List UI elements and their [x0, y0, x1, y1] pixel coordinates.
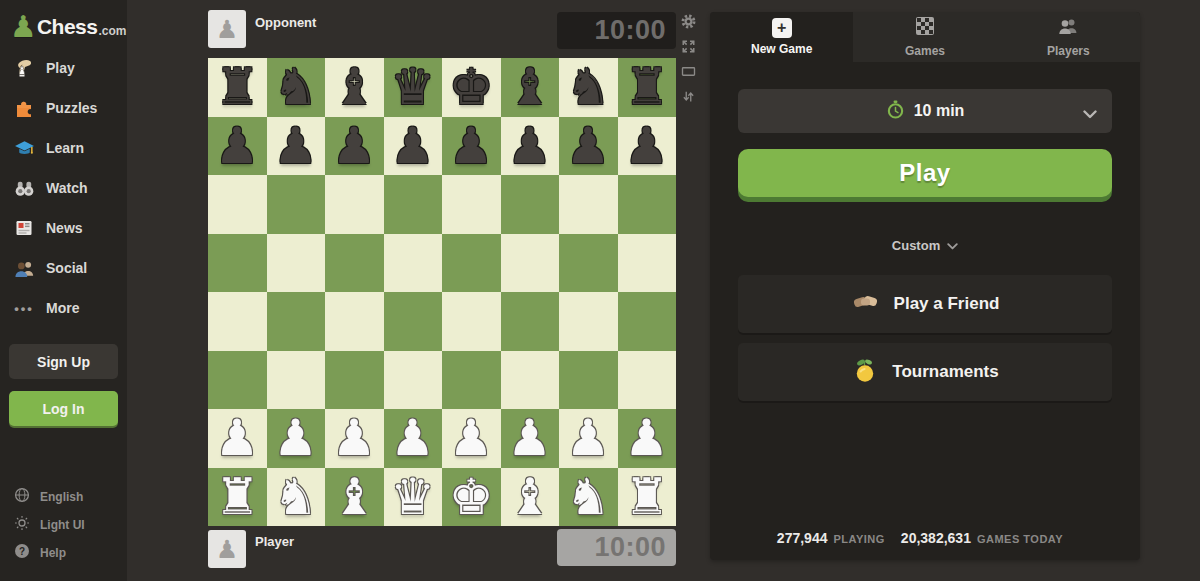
play-button[interactable]: Play: [738, 149, 1112, 197]
square-h5[interactable]: [618, 234, 677, 293]
square-b5[interactable]: [267, 234, 326, 293]
light-ui-label: Light UI: [40, 518, 85, 532]
white-bishop[interactable]: ♝: [507, 472, 552, 522]
play-a-friend-button[interactable]: Play a Friend: [738, 275, 1112, 333]
square-d8[interactable]: ♛: [384, 58, 443, 117]
tab-label: New Game: [751, 42, 812, 56]
square-g6[interactable]: [559, 175, 618, 234]
square-b3[interactable]: [267, 351, 326, 410]
square-e7[interactable]: ♟: [442, 117, 501, 176]
square-d3[interactable]: [384, 351, 443, 410]
white-bishop[interactable]: ♝: [332, 472, 377, 522]
black-rook[interactable]: ♜: [624, 62, 669, 112]
square-g1[interactable]: ♞: [559, 468, 618, 527]
sun-icon: [14, 515, 30, 535]
ellipsis-icon: •••: [13, 297, 35, 319]
question-icon: ?: [14, 543, 30, 563]
sign-up-button[interactable]: Sign Up: [9, 344, 118, 379]
square-a2[interactable]: ♟: [208, 409, 267, 468]
avatar-pawn-icon: ♟: [216, 15, 238, 44]
square-f8[interactable]: ♝: [501, 58, 560, 117]
white-rook[interactable]: ♜: [624, 472, 669, 522]
svg-text:?: ?: [19, 546, 25, 557]
square-c2[interactable]: ♟: [325, 409, 384, 468]
white-pawn[interactable]: ♟: [566, 413, 611, 463]
opponent-name: Opponent: [255, 15, 316, 30]
black-pawn[interactable]: ♟: [449, 121, 494, 171]
sidebar-item-label: Puzzles: [46, 100, 97, 116]
square-d4[interactable]: [384, 292, 443, 351]
white-pawn[interactable]: ♟: [332, 413, 377, 463]
square-h7[interactable]: ♟: [618, 117, 677, 176]
newspaper-icon: [13, 217, 35, 239]
square-a7[interactable]: ♟: [208, 117, 267, 176]
square-h3[interactable]: [618, 351, 677, 410]
play-button-label: Play: [899, 159, 950, 187]
trophy-icon: [851, 356, 879, 388]
black-bishop[interactable]: ♝: [332, 62, 377, 112]
sidebar-item-more[interactable]: ••• More: [0, 288, 127, 328]
white-queen[interactable]: ♛: [390, 472, 435, 522]
square-e3[interactable]: [442, 351, 501, 410]
square-e5[interactable]: [442, 234, 501, 293]
square-g3[interactable]: [559, 351, 618, 410]
tournaments-button[interactable]: Tournaments: [738, 343, 1112, 401]
white-knight[interactable]: ♞: [566, 472, 611, 522]
brand-logo[interactable]: ♟ Chess .com: [0, 10, 127, 48]
square-c6[interactable]: [325, 175, 384, 234]
square-g5[interactable]: [559, 234, 618, 293]
checkerboard-icon: [915, 16, 935, 40]
white-pawn[interactable]: ♟: [215, 413, 260, 463]
square-h8[interactable]: ♜: [618, 58, 677, 117]
avatar-pawn-icon: ♟: [216, 535, 238, 564]
playing-label: PLAYING: [833, 533, 884, 545]
time-control-value: 10 min: [914, 102, 965, 120]
sidebar-item-watch[interactable]: Watch: [0, 168, 127, 208]
square-h1[interactable]: ♜: [618, 468, 677, 527]
square-e2[interactable]: ♟: [442, 409, 501, 468]
panel-tabbar: + New Game Games: [710, 12, 1140, 62]
square-f4[interactable]: [501, 292, 560, 351]
people-icon: [13, 257, 35, 279]
tab-label: Games: [905, 44, 945, 58]
square-c3[interactable]: [325, 351, 384, 410]
square-c8[interactable]: ♝: [325, 58, 384, 117]
square-a1[interactable]: ♜: [208, 468, 267, 527]
square-g2[interactable]: ♟: [559, 409, 618, 468]
sidebar-item-label: News: [46, 220, 83, 236]
light-ui-toggle[interactable]: Light UI: [0, 511, 127, 539]
square-c7[interactable]: ♟: [325, 117, 384, 176]
language-label: English: [40, 490, 83, 504]
square-h2[interactable]: ♟: [618, 409, 677, 468]
sidebar-item-social[interactable]: Social: [0, 248, 127, 288]
board-tools: [680, 13, 697, 105]
sidebar-item-news[interactable]: News: [0, 208, 127, 248]
black-knight[interactable]: ♞: [566, 62, 611, 112]
square-d2[interactable]: ♟: [384, 409, 443, 468]
stopwatch-icon: [886, 100, 905, 123]
sidebar-item-puzzles[interactable]: Puzzles: [0, 88, 127, 128]
square-d7[interactable]: ♟: [384, 117, 443, 176]
square-b7[interactable]: ♟: [267, 117, 326, 176]
square-b4[interactable]: [267, 292, 326, 351]
hand-piece-icon: [13, 57, 35, 79]
black-pawn[interactable]: ♟: [215, 121, 260, 171]
sidebar-item-label: Social: [46, 260, 87, 276]
handshake-icon: [851, 287, 881, 321]
flip-board-icon[interactable]: [680, 88, 697, 105]
black-pawn[interactable]: ♟: [507, 121, 552, 171]
square-a3[interactable]: [208, 351, 267, 410]
square-f3[interactable]: [501, 351, 560, 410]
white-pawn[interactable]: ♟: [273, 413, 318, 463]
games-today-count: 20,382,631: [901, 530, 971, 546]
square-f2[interactable]: ♟: [501, 409, 560, 468]
black-pawn[interactable]: ♟: [566, 121, 611, 171]
square-c4[interactable]: [325, 292, 384, 351]
sidebar-item-label: Learn: [46, 140, 84, 156]
square-b1[interactable]: ♞: [267, 468, 326, 527]
black-pawn[interactable]: ♟: [624, 121, 669, 171]
square-f6[interactable]: [501, 175, 560, 234]
square-a8[interactable]: ♜: [208, 58, 267, 117]
white-pawn[interactable]: ♟: [449, 413, 494, 463]
sidebar-spacer: [0, 426, 127, 483]
sidebar-item-learn[interactable]: Learn: [0, 128, 127, 168]
player-clock: 10:00: [557, 529, 676, 566]
brand-suffix: .com: [98, 24, 126, 38]
square-g7[interactable]: ♟: [559, 117, 618, 176]
play-a-friend-label: Play a Friend: [894, 294, 1000, 314]
square-e8[interactable]: ♚: [442, 58, 501, 117]
log-in-button[interactable]: Log In: [9, 391, 118, 426]
player-name: Player: [255, 534, 294, 549]
sidebar-item-label: Play: [46, 60, 75, 76]
square-f5[interactable]: [501, 234, 560, 293]
custom-label: Custom: [892, 238, 940, 253]
players-icon: [1058, 16, 1078, 40]
square-h4[interactable]: [618, 292, 677, 351]
square-a5[interactable]: [208, 234, 267, 293]
opponent-clock: 10:00: [557, 12, 676, 49]
fullscreen-expand-icon[interactable]: [680, 38, 697, 55]
square-d6[interactable]: [384, 175, 443, 234]
pawn-logo-icon: ♟: [10, 12, 37, 42]
theatre-mode-icon[interactable]: [680, 63, 697, 80]
black-pawn[interactable]: ♟: [390, 121, 435, 171]
white-knight[interactable]: ♞: [273, 472, 318, 522]
square-e4[interactable]: [442, 292, 501, 351]
sidebar: ♟ Chess .com Play Puzzle: [0, 0, 127, 581]
tab-new-game[interactable]: + New Game: [710, 12, 853, 62]
square-g8[interactable]: ♞: [559, 58, 618, 117]
chess-app: ♟ Chess .com Play Puzzle: [0, 0, 1200, 581]
square-e6[interactable]: [442, 175, 501, 234]
chevron-down-icon: [1083, 105, 1097, 123]
playing-count: 277,944: [777, 530, 828, 546]
globe-icon: [14, 487, 30, 507]
square-b8[interactable]: ♞: [267, 58, 326, 117]
tab-games[interactable]: Games: [853, 12, 996, 62]
black-rook[interactable]: ♜: [215, 62, 260, 112]
white-rook[interactable]: ♜: [215, 472, 260, 522]
square-h6[interactable]: [618, 175, 677, 234]
square-f1[interactable]: ♝: [501, 468, 560, 527]
black-pawn[interactable]: ♟: [273, 121, 318, 171]
tournaments-label: Tournaments: [892, 362, 998, 382]
settings-gear-icon[interactable]: [680, 13, 697, 30]
square-b6[interactable]: [267, 175, 326, 234]
sidebar-item-play[interactable]: Play: [0, 48, 127, 88]
sidebar-item-label: Watch: [46, 180, 87, 196]
white-pawn[interactable]: ♟: [507, 413, 552, 463]
help-label: Help: [40, 546, 66, 560]
language-selector[interactable]: English: [0, 483, 127, 511]
square-g4[interactable]: [559, 292, 618, 351]
games-today-label: GAMES TODAY: [977, 533, 1063, 545]
white-pawn[interactable]: ♟: [624, 413, 669, 463]
sidebar-item-label: More: [46, 300, 79, 316]
opponent-avatar: ♟: [208, 10, 246, 48]
square-b2[interactable]: ♟: [267, 409, 326, 468]
brand-title: Chess: [37, 15, 98, 39]
square-d1[interactable]: ♛: [384, 468, 443, 527]
square-a6[interactable]: [208, 175, 267, 234]
square-e1[interactable]: ♚: [442, 468, 501, 527]
black-knight[interactable]: ♞: [273, 62, 318, 112]
square-c1[interactable]: ♝: [325, 468, 384, 527]
time-control-dropdown[interactable]: 10 min: [738, 89, 1112, 133]
player-avatar: ♟: [208, 530, 246, 568]
tab-players[interactable]: Players: [997, 12, 1140, 62]
new-game-panel: + New Game Games: [710, 12, 1140, 560]
custom-toggle[interactable]: Custom: [710, 236, 1140, 254]
black-queen[interactable]: ♛: [390, 62, 435, 112]
black-pawn[interactable]: ♟: [332, 121, 377, 171]
binoculars-icon: [13, 177, 35, 199]
square-d5[interactable]: [384, 234, 443, 293]
plus-board-icon: +: [772, 18, 792, 38]
white-pawn[interactable]: ♟: [390, 413, 435, 463]
square-f7[interactable]: ♟: [501, 117, 560, 176]
live-stats: 277,944 PLAYING 20,382,631 GAMES TODAY: [710, 530, 1140, 546]
white-king[interactable]: ♚: [449, 472, 494, 522]
tab-label: Players: [1047, 44, 1090, 58]
help-link[interactable]: ? Help: [0, 539, 127, 567]
chevron-down-icon: [947, 236, 958, 254]
square-c5[interactable]: [325, 234, 384, 293]
square-a4[interactable]: [208, 292, 267, 351]
black-bishop[interactable]: ♝: [507, 62, 552, 112]
graduation-cap-icon: [13, 137, 35, 159]
chess-board: ♜♞♝♛♚♝♞♜♟♟♟♟♟♟♟♟♟♟♟♟♟♟♟♟♜♞♝♛♚♝♞♜: [208, 58, 676, 526]
black-king[interactable]: ♚: [449, 62, 494, 112]
puzzle-icon: [13, 97, 35, 119]
